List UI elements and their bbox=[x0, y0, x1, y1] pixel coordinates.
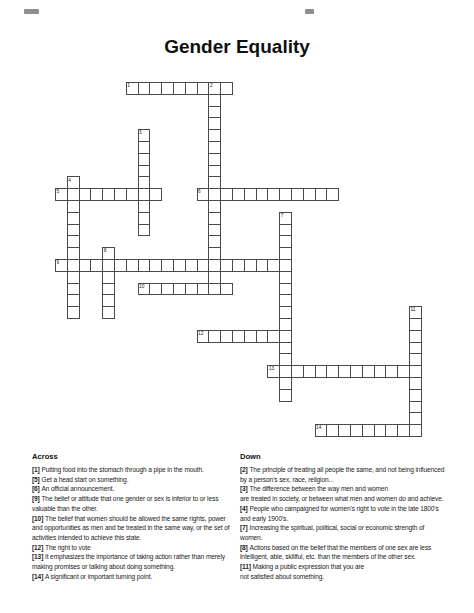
clue-number-label: [13] bbox=[32, 553, 45, 560]
clue-number-label: [14] bbox=[32, 573, 45, 580]
clues-section: Across [1] Putting food into the stomach… bbox=[32, 452, 446, 581]
across-clues-column: Across [1] Putting food into the stomach… bbox=[32, 452, 237, 581]
clue: [7] Increasing the spiritual, political,… bbox=[240, 523, 446, 542]
clue: [5] Get a head start on something. bbox=[32, 475, 237, 485]
worksheet-page: Gender Equality 1234567891011121314 Acro… bbox=[0, 0, 474, 613]
clue-number-label: [3] bbox=[240, 485, 249, 492]
clue: [12] The right to vote bbox=[32, 543, 237, 553]
down-clues-column: Down [2] The principle of treating all p… bbox=[240, 452, 446, 581]
print-artifact-right bbox=[305, 9, 314, 14]
clue-number-label: [8] bbox=[240, 544, 249, 551]
clue: [1] Putting food into the stomach throug… bbox=[32, 465, 237, 475]
clue-number-label: [10] bbox=[32, 515, 45, 522]
page-title: Gender Equality bbox=[0, 36, 474, 58]
clue: [10] The belief that women should be all… bbox=[32, 514, 237, 543]
clue: [4] People who campaigned for women's ri… bbox=[240, 504, 446, 523]
clue-number-label: [7] bbox=[240, 524, 249, 531]
clue: [6] An official announcement. bbox=[32, 484, 237, 494]
down-heading: Down bbox=[240, 452, 446, 461]
clue: [2] The principle of treating all people… bbox=[240, 465, 446, 484]
crossword-grid: 1234567891011121314 bbox=[55, 82, 422, 437]
grid-cell[interactable] bbox=[67, 306, 80, 319]
across-clue-list: [1] Putting food into the stomach throug… bbox=[32, 465, 237, 581]
grid-cell[interactable] bbox=[220, 283, 233, 296]
grid-cell[interactable] bbox=[326, 188, 339, 201]
down-clue-list: [2] The principle of treating all people… bbox=[240, 465, 446, 581]
grid-cell[interactable] bbox=[102, 306, 115, 319]
clue: [14] A significant or important turning … bbox=[32, 572, 237, 582]
clue-number-label: [5] bbox=[32, 476, 41, 483]
clue-number-label: [6] bbox=[32, 485, 41, 492]
grid-cell[interactable] bbox=[220, 82, 233, 95]
clue-number-label: [4] bbox=[240, 505, 249, 512]
grid-cell[interactable] bbox=[279, 389, 292, 402]
clue: [9] The belief or attitude that one gend… bbox=[32, 494, 237, 513]
clue-number-label: [1] bbox=[32, 466, 41, 473]
grid-cell[interactable] bbox=[138, 224, 151, 237]
print-artifact-left bbox=[24, 9, 39, 14]
clue: [13] It emphasizes the importance of tak… bbox=[32, 552, 237, 571]
clue-number-label: [12] bbox=[32, 544, 45, 551]
across-heading: Across bbox=[32, 452, 237, 461]
clue: [8] Actions based on the belief that the… bbox=[240, 543, 446, 562]
clue-number-label: [9] bbox=[32, 495, 41, 502]
clue-number-label: [2] bbox=[240, 466, 249, 473]
clue: [3] The difference between the way men a… bbox=[240, 484, 446, 503]
grid-cell[interactable] bbox=[149, 188, 162, 201]
clue-number-label: [11] bbox=[240, 563, 253, 570]
clue: [11] Making a public expression that you… bbox=[240, 562, 446, 581]
grid-cell[interactable] bbox=[409, 424, 422, 437]
